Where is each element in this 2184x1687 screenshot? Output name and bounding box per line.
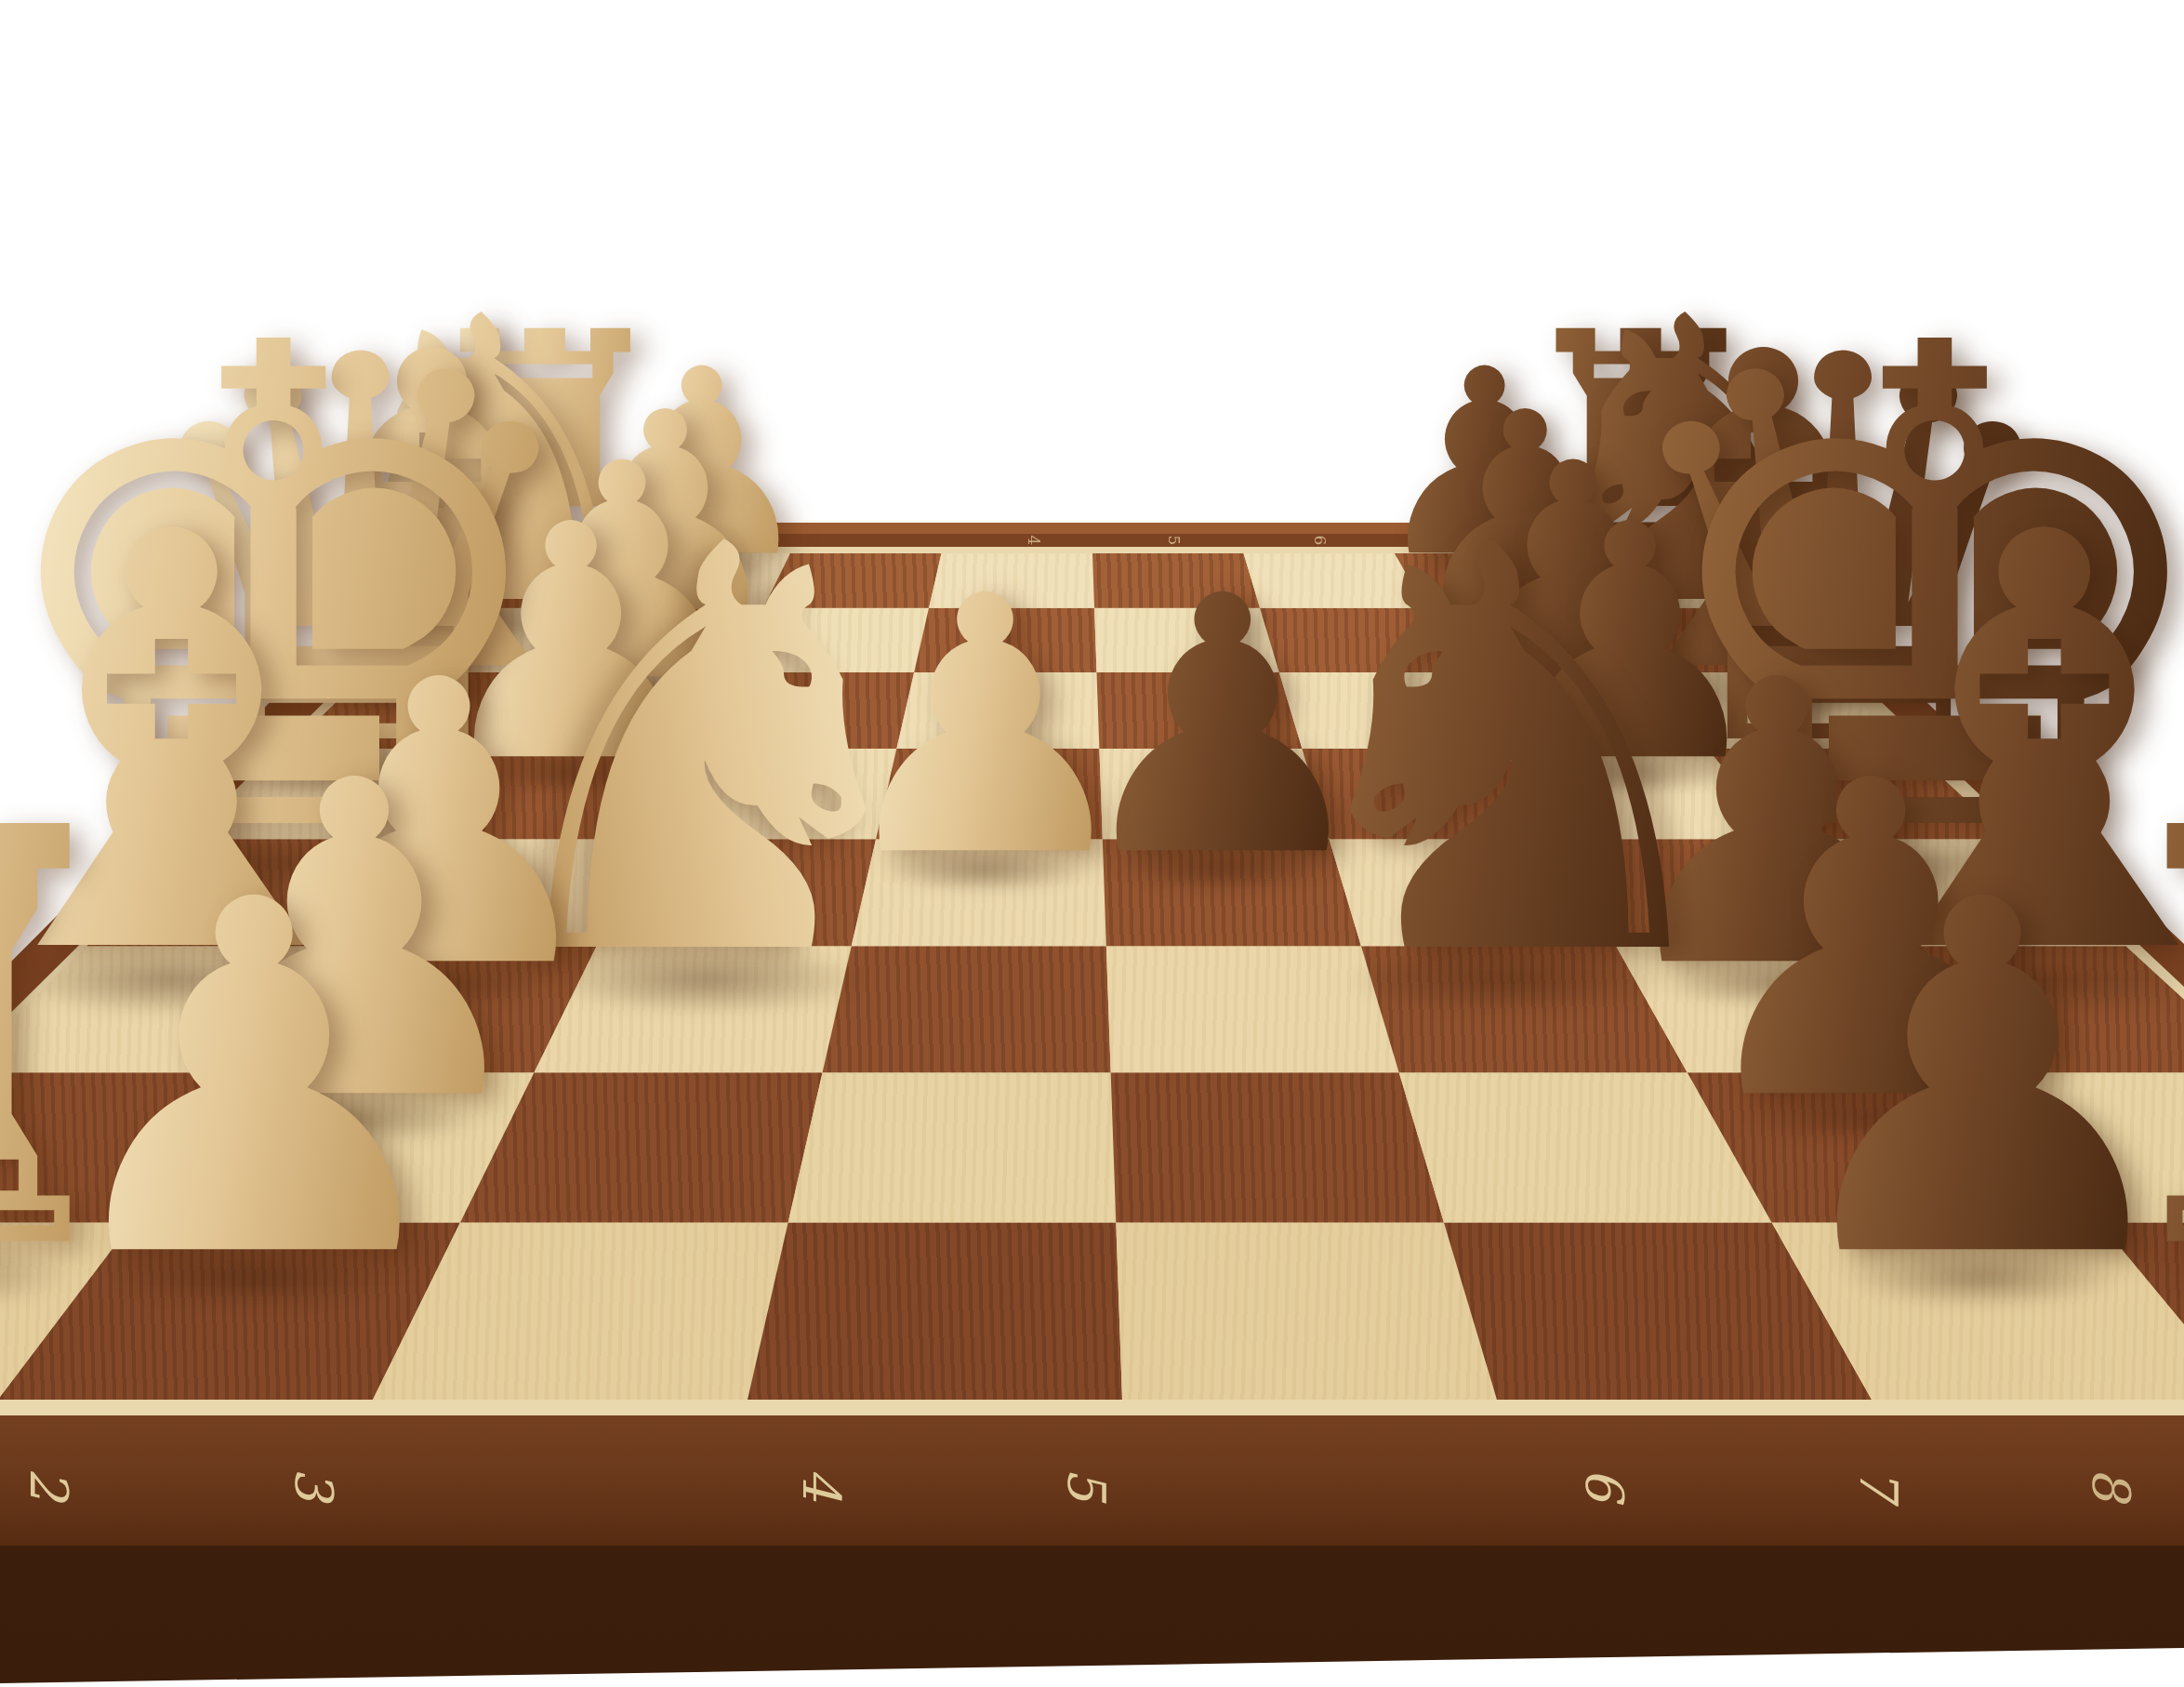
piece-white-rook-h1: ♜ [0,757,165,1329]
chess-photo-scene: 2345678456♜♞♝♛♚♝♜♟♟♟♟♟♟♟♞♟♟♞♟♟♟♟♟♟♟♜♞♝♛♚… [0,0,2184,1687]
rank-label-7: 7 [1848,1468,1909,1501]
piece-black-pawn-h7: ♟ [1765,838,2184,1323]
chess-board: 2345678456♜♞♝♛♚♝♜♟♟♟♟♟♟♟♞♟♟♞♟♟♟♟♟♟♟♜♞♝♛♚… [0,0,2184,1687]
rank-label-3: 3 [284,1468,344,1501]
rank-label-5: 5 [1056,1468,1117,1501]
rank-label-4: 4 [791,1468,852,1501]
rank-label-8: 8 [2081,1468,2141,1501]
rank-label-6: 6 [1574,1468,1635,1501]
rank-label-2: 2 [19,1468,79,1501]
